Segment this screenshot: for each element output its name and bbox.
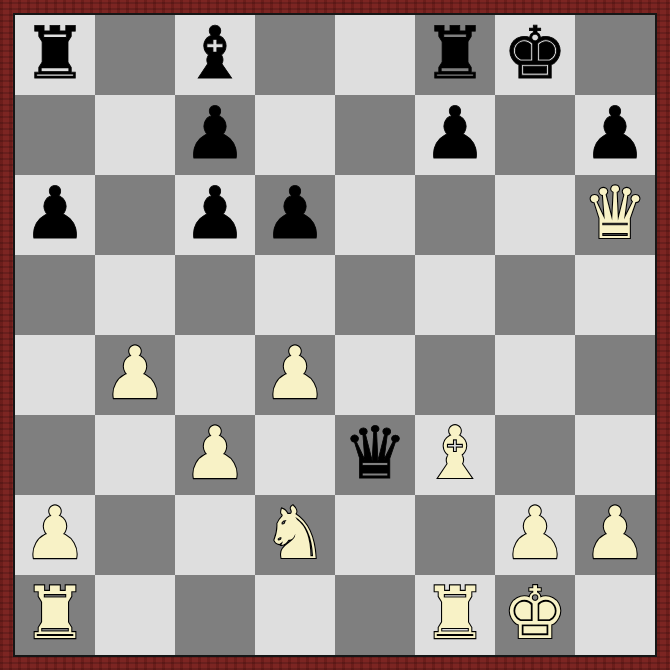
black-bishop[interactable]: ♝ xyxy=(183,17,248,89)
square-b2[interactable] xyxy=(95,495,175,575)
square-a4[interactable] xyxy=(15,335,95,415)
square-a1[interactable]: ♜ xyxy=(15,575,95,655)
square-a8[interactable]: ♜ xyxy=(15,15,95,95)
black-pawn[interactable]: ♟ xyxy=(583,97,648,169)
square-c8[interactable]: ♝ xyxy=(175,15,255,95)
square-e2[interactable] xyxy=(335,495,415,575)
square-c2[interactable] xyxy=(175,495,255,575)
square-b7[interactable] xyxy=(95,95,175,175)
white-pawn[interactable]: ♟ xyxy=(263,337,328,409)
square-b5[interactable] xyxy=(95,255,175,335)
square-f3[interactable]: ♝ xyxy=(415,415,495,495)
square-e6[interactable] xyxy=(335,175,415,255)
square-d8[interactable] xyxy=(255,15,335,95)
square-d2[interactable]: ♞ xyxy=(255,495,335,575)
square-g6[interactable] xyxy=(495,175,575,255)
square-f4[interactable] xyxy=(415,335,495,415)
square-g1[interactable]: ♚ xyxy=(495,575,575,655)
chess-board[interactable]: ♜♝♜♚♟♟♟♟♟♟♛♟♟♟♛♝♟♞♟♟♜♜♚ xyxy=(15,15,655,655)
black-pawn[interactable]: ♟ xyxy=(23,177,88,249)
white-queen[interactable]: ♛ xyxy=(583,177,648,249)
square-b3[interactable] xyxy=(95,415,175,495)
square-a3[interactable] xyxy=(15,415,95,495)
board-frame: ♜♝♜♚♟♟♟♟♟♟♛♟♟♟♛♝♟♞♟♟♜♜♚ xyxy=(0,0,670,670)
black-king[interactable]: ♚ xyxy=(503,17,568,89)
white-king[interactable]: ♚ xyxy=(503,577,568,649)
white-rook[interactable]: ♜ xyxy=(423,577,488,649)
white-pawn[interactable]: ♟ xyxy=(583,497,648,569)
square-d7[interactable] xyxy=(255,95,335,175)
black-rook[interactable]: ♜ xyxy=(23,17,88,89)
square-c7[interactable]: ♟ xyxy=(175,95,255,175)
square-e5[interactable] xyxy=(335,255,415,335)
white-bishop[interactable]: ♝ xyxy=(423,417,488,489)
square-h7[interactable]: ♟ xyxy=(575,95,655,175)
square-f7[interactable]: ♟ xyxy=(415,95,495,175)
black-pawn[interactable]: ♟ xyxy=(183,177,248,249)
square-b4[interactable]: ♟ xyxy=(95,335,175,415)
square-c4[interactable] xyxy=(175,335,255,415)
square-h2[interactable]: ♟ xyxy=(575,495,655,575)
square-d5[interactable] xyxy=(255,255,335,335)
square-a7[interactable] xyxy=(15,95,95,175)
square-c3[interactable]: ♟ xyxy=(175,415,255,495)
black-rook[interactable]: ♜ xyxy=(423,17,488,89)
black-queen[interactable]: ♛ xyxy=(343,417,408,489)
square-c6[interactable]: ♟ xyxy=(175,175,255,255)
square-h8[interactable] xyxy=(575,15,655,95)
square-d4[interactable]: ♟ xyxy=(255,335,335,415)
square-d1[interactable] xyxy=(255,575,335,655)
square-b8[interactable] xyxy=(95,15,175,95)
square-h4[interactable] xyxy=(575,335,655,415)
square-f5[interactable] xyxy=(415,255,495,335)
square-g3[interactable] xyxy=(495,415,575,495)
square-e4[interactable] xyxy=(335,335,415,415)
square-h6[interactable]: ♛ xyxy=(575,175,655,255)
square-h1[interactable] xyxy=(575,575,655,655)
square-e8[interactable] xyxy=(335,15,415,95)
square-b1[interactable] xyxy=(95,575,175,655)
square-d6[interactable]: ♟ xyxy=(255,175,335,255)
square-a5[interactable] xyxy=(15,255,95,335)
square-h5[interactable] xyxy=(575,255,655,335)
square-a2[interactable]: ♟ xyxy=(15,495,95,575)
square-e7[interactable] xyxy=(335,95,415,175)
square-f2[interactable] xyxy=(415,495,495,575)
black-pawn[interactable]: ♟ xyxy=(263,177,328,249)
white-pawn[interactable]: ♟ xyxy=(23,497,88,569)
black-pawn[interactable]: ♟ xyxy=(423,97,488,169)
square-g7[interactable] xyxy=(495,95,575,175)
square-f8[interactable]: ♜ xyxy=(415,15,495,95)
square-g4[interactable] xyxy=(495,335,575,415)
square-g5[interactable] xyxy=(495,255,575,335)
square-a6[interactable]: ♟ xyxy=(15,175,95,255)
square-f6[interactable] xyxy=(415,175,495,255)
square-c1[interactable] xyxy=(175,575,255,655)
square-g2[interactable]: ♟ xyxy=(495,495,575,575)
white-pawn[interactable]: ♟ xyxy=(503,497,568,569)
square-d3[interactable] xyxy=(255,415,335,495)
board-border-line: ♜♝♜♚♟♟♟♟♟♟♛♟♟♟♛♝♟♞♟♟♜♜♚ xyxy=(13,13,657,657)
square-e3[interactable]: ♛ xyxy=(335,415,415,495)
white-rook[interactable]: ♜ xyxy=(23,577,88,649)
square-g8[interactable]: ♚ xyxy=(495,15,575,95)
white-pawn[interactable]: ♟ xyxy=(183,417,248,489)
white-pawn[interactable]: ♟ xyxy=(103,337,168,409)
square-f1[interactable]: ♜ xyxy=(415,575,495,655)
square-h3[interactable] xyxy=(575,415,655,495)
square-e1[interactable] xyxy=(335,575,415,655)
white-knight[interactable]: ♞ xyxy=(263,497,328,569)
black-pawn[interactable]: ♟ xyxy=(183,97,248,169)
square-b6[interactable] xyxy=(95,175,175,255)
square-c5[interactable] xyxy=(175,255,255,335)
